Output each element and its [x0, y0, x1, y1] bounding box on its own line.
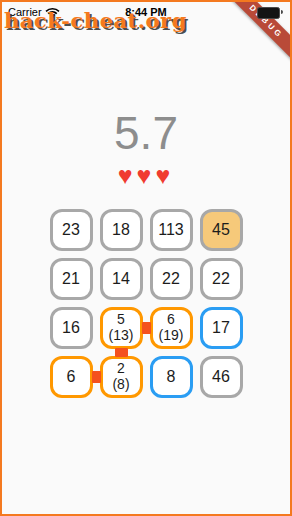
- tile-r2c3[interactable]: 22: [150, 258, 193, 300]
- tile-value: 46: [212, 368, 230, 386]
- tile-sum-label: (19): [159, 328, 184, 344]
- tile-r1c4[interactable]: 45: [200, 209, 243, 251]
- tile-sum-label: (13): [109, 328, 134, 344]
- tile-value: 45: [212, 221, 230, 239]
- tile-r3c3[interactable]: 6(19): [150, 307, 193, 349]
- tile-value: 23: [62, 221, 80, 239]
- app-screen: Carrier 8:44 PM hack-cheat.org DEBUG 5.7…: [0, 0, 292, 516]
- tile-value: 18: [112, 221, 130, 239]
- tile-value: 22: [212, 270, 230, 288]
- tile-r2c1[interactable]: 21: [50, 258, 93, 300]
- tile-r2c4[interactable]: 22: [200, 258, 243, 300]
- watermark-text: hack-cheat.org: [4, 8, 187, 33]
- tile-r1c1[interactable]: 23: [50, 209, 93, 251]
- tile-r3c2[interactable]: 5(13): [100, 307, 143, 349]
- heart-icon: ♥: [155, 161, 174, 189]
- tile-r1c3[interactable]: 113: [150, 209, 193, 251]
- tile-value: 17: [212, 319, 230, 337]
- tile-r4c4[interactable]: 46: [200, 356, 243, 398]
- heart-icon: ♥: [137, 161, 156, 189]
- lives-row: ♥♥♥: [2, 163, 290, 188]
- tile-r3c4[interactable]: 17: [200, 307, 243, 349]
- tile-r3c1[interactable]: 16: [50, 307, 93, 349]
- tile-value: 22: [162, 270, 180, 288]
- battery-icon: [257, 7, 280, 19]
- tile-value: 5: [117, 312, 125, 328]
- tile-value: 2: [117, 361, 125, 377]
- tile-value: 21: [62, 270, 80, 288]
- puzzle-board: 23 18 113 45 21 14 22 22 16 5(13) 6(19) …: [50, 209, 243, 398]
- tile-r2c2[interactable]: 14: [100, 258, 143, 300]
- countdown-timer: 5.7: [2, 110, 290, 156]
- tile-r4c1[interactable]: 6: [50, 356, 93, 398]
- tile-value: 14: [112, 270, 130, 288]
- tile-value: 6: [67, 368, 76, 386]
- tile-r1c2[interactable]: 18: [100, 209, 143, 251]
- chain-connector-r4c1-r4c2: [92, 371, 101, 383]
- tile-r4c2[interactable]: 2(8): [100, 356, 143, 398]
- chain-connector-r3c2-r3c3: [142, 322, 151, 334]
- tile-value: 8: [167, 368, 176, 386]
- tile-r4c3[interactable]: 8: [150, 356, 193, 398]
- tile-sum-label: (8): [112, 377, 129, 393]
- tile-value: 6: [167, 312, 175, 328]
- tile-value: 113: [158, 221, 184, 239]
- tile-value: 16: [62, 319, 80, 337]
- heart-icon: ♥: [118, 161, 137, 189]
- chain-connector-r3c2-r4c2: [115, 348, 128, 357]
